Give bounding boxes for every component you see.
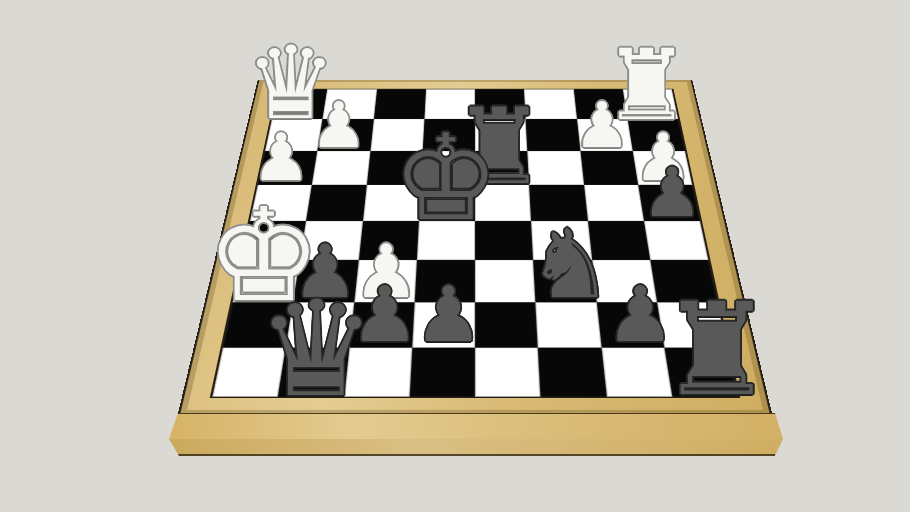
board-front-side bbox=[169, 439, 783, 456]
scene-background: ♛♜♟♟♟♜♟♚♟♚♟♟♞♟♟♟♛♜ bbox=[0, 0, 910, 512]
piece-black-rook-h1[interactable]: ♜ bbox=[659, 286, 774, 414]
square-e1[interactable] bbox=[475, 347, 541, 396]
piece-black-king-d5[interactable]: ♚ bbox=[392, 119, 499, 238]
square-f1[interactable] bbox=[538, 347, 606, 396]
piece-white-pawn-b7[interactable]: ♟ bbox=[310, 94, 367, 157]
piece-black-pawn-d2[interactable]: ♟ bbox=[414, 277, 483, 354]
piece-white-pawn-g7[interactable]: ♟ bbox=[574, 94, 631, 157]
piece-black-knight-f3[interactable]: ♞ bbox=[527, 217, 613, 313]
piece-black-pawn-h5[interactable]: ♟ bbox=[642, 159, 703, 227]
piece-black-queen-b1[interactable]: ♛ bbox=[257, 283, 375, 415]
